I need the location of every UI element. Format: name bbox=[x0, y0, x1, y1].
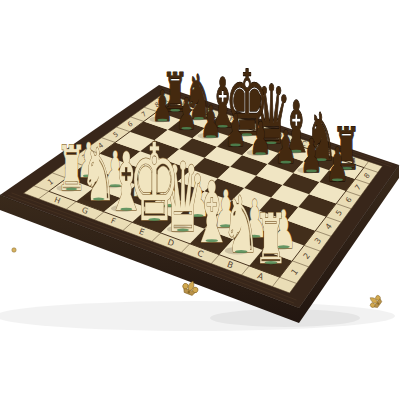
felt-base bbox=[148, 218, 160, 221]
felt-base bbox=[93, 198, 105, 201]
clasp-icon bbox=[366, 292, 384, 310]
felt-base bbox=[332, 178, 343, 181]
piece-black-pawn-f7[interactable]: ♟ bbox=[197, 96, 221, 147]
piece-black-pawn-c7[interactable]: ♟ bbox=[272, 120, 297, 174]
piece-glyph: ♜ bbox=[56, 132, 86, 204]
felt-base bbox=[66, 187, 78, 190]
piece-glyph: ♟ bbox=[275, 120, 297, 174]
piece-black-pawn-b7[interactable]: ♟ bbox=[297, 129, 322, 183]
felt-base bbox=[265, 261, 278, 264]
piece-black-pawn-a7[interactable]: ♟ bbox=[323, 137, 349, 192]
felt-base bbox=[280, 161, 291, 164]
felt-base bbox=[120, 208, 132, 211]
chess-set-photo: HHGGFFEEDDCCBBAA1122334455667788♜♞♝♛♚♝♞♜… bbox=[0, 0, 400, 400]
piece-glyph: ♟ bbox=[225, 105, 247, 156]
felt-base bbox=[235, 250, 248, 253]
felt-base bbox=[206, 239, 218, 242]
felt-base bbox=[255, 152, 266, 155]
felt-base bbox=[181, 127, 191, 130]
piece-glyph: ♟ bbox=[250, 112, 272, 166]
board-scene-svg: HHGGFFEEDDCCBBAA1122334455667788♜♞♝♛♚♝♞♜… bbox=[0, 0, 400, 400]
piece-white-rook-h1[interactable]: ♜ bbox=[56, 132, 86, 204]
felt-base bbox=[306, 170, 317, 173]
piece-glyph: ♟ bbox=[300, 129, 322, 183]
piece-black-pawn-d7[interactable]: ♟ bbox=[247, 112, 272, 166]
hinge-pin bbox=[12, 248, 16, 252]
felt-base bbox=[230, 144, 240, 147]
piece-glyph: ♟ bbox=[200, 96, 221, 147]
piece-glyph: ♟ bbox=[326, 137, 349, 192]
piece-black-pawn-e7[interactable]: ♟ bbox=[222, 105, 246, 156]
felt-base bbox=[206, 135, 216, 138]
